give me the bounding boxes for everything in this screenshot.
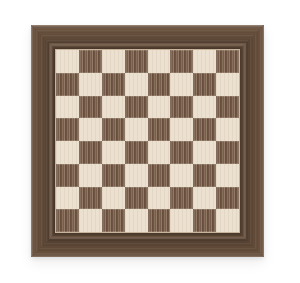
square-a1 [56, 209, 79, 232]
square-c4 [102, 141, 125, 164]
square-a8 [56, 50, 79, 73]
square-b1 [79, 209, 102, 232]
square-c7 [102, 73, 125, 96]
square-h8 [216, 50, 239, 73]
square-e7 [148, 73, 171, 96]
square-g5 [193, 118, 216, 141]
square-h3 [216, 164, 239, 187]
square-e4 [148, 141, 171, 164]
square-c3 [102, 164, 125, 187]
square-g2 [193, 187, 216, 210]
square-f6 [170, 96, 193, 119]
board-frame-right [240, 25, 264, 257]
square-a2 [56, 187, 79, 210]
square-b2 [79, 187, 102, 210]
square-h1 [216, 209, 239, 232]
square-f8 [170, 50, 193, 73]
square-g8 [193, 50, 216, 73]
square-f1 [170, 209, 193, 232]
square-e2 [148, 187, 171, 210]
square-f3 [170, 164, 193, 187]
square-g6 [193, 96, 216, 119]
square-c5 [102, 118, 125, 141]
square-h2 [216, 187, 239, 210]
square-b5 [79, 118, 102, 141]
square-e5 [148, 118, 171, 141]
square-f2 [170, 187, 193, 210]
square-h5 [216, 118, 239, 141]
square-c6 [102, 96, 125, 119]
square-a4 [56, 141, 79, 164]
square-d1 [125, 209, 148, 232]
square-c1 [102, 209, 125, 232]
square-b8 [79, 50, 102, 73]
square-h7 [216, 73, 239, 96]
square-f7 [170, 73, 193, 96]
square-a6 [56, 96, 79, 119]
board-squares [55, 49, 240, 233]
square-c8 [102, 50, 125, 73]
square-e1 [148, 209, 171, 232]
board-frame-left [31, 25, 55, 257]
square-d6 [125, 96, 148, 119]
square-e3 [148, 164, 171, 187]
square-h4 [216, 141, 239, 164]
square-e6 [148, 96, 171, 119]
square-b4 [79, 141, 102, 164]
square-f5 [170, 118, 193, 141]
square-h6 [216, 96, 239, 119]
chessboard [31, 25, 264, 257]
square-d2 [125, 187, 148, 210]
photo-background [0, 0, 300, 283]
square-b3 [79, 164, 102, 187]
square-g7 [193, 73, 216, 96]
square-f4 [170, 141, 193, 164]
square-c2 [102, 187, 125, 210]
square-e8 [148, 50, 171, 73]
square-b7 [79, 73, 102, 96]
square-a3 [56, 164, 79, 187]
square-d3 [125, 164, 148, 187]
square-b6 [79, 96, 102, 119]
square-d4 [125, 141, 148, 164]
board-frame-bottom [31, 233, 264, 257]
square-a5 [56, 118, 79, 141]
square-d5 [125, 118, 148, 141]
board-frame-top [31, 25, 264, 49]
square-d7 [125, 73, 148, 96]
square-g1 [193, 209, 216, 232]
square-d8 [125, 50, 148, 73]
square-g4 [193, 141, 216, 164]
square-g3 [193, 164, 216, 187]
square-a7 [56, 73, 79, 96]
